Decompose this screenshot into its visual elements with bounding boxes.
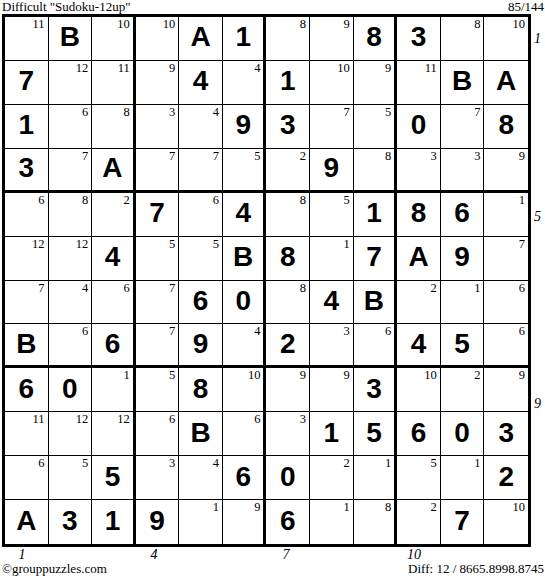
cell-r10c9[interactable]: 5 bbox=[354, 412, 398, 456]
cell-r5c12[interactable]: 1 bbox=[484, 193, 528, 237]
cell-r6c10[interactable]: A bbox=[397, 237, 441, 281]
corner-mark: 9 bbox=[254, 500, 260, 514]
corner-mark: 11 bbox=[33, 412, 45, 426]
corner-mark: 11 bbox=[118, 61, 130, 75]
cell-r2c9[interactable]: 9 bbox=[354, 61, 398, 105]
cell-r11c12[interactable]: 2 bbox=[484, 456, 528, 500]
corner-mark: 8 bbox=[300, 17, 306, 31]
corner-mark: 3 bbox=[169, 456, 175, 470]
cell-r3c5[interactable]: 4 bbox=[179, 105, 223, 149]
cell-r5c6[interactable]: 4 bbox=[223, 193, 267, 237]
cell-r12c6[interactable]: 9 bbox=[223, 500, 267, 544]
cell-r8c8[interactable]: 3 bbox=[310, 324, 354, 368]
given-digit: 6 bbox=[223, 456, 264, 499]
given-digit: 8 bbox=[484, 105, 528, 148]
given-digit: 9 bbox=[310, 149, 353, 190]
cell-r3c3[interactable]: 8 bbox=[92, 105, 136, 149]
cell-r1c10[interactable]: 3 bbox=[397, 17, 441, 61]
given-digit: 9 bbox=[223, 105, 264, 148]
given-digit: 2 bbox=[484, 456, 528, 499]
cell-r4c1[interactable]: 3 bbox=[5, 149, 49, 193]
given-digit: A bbox=[484, 61, 528, 104]
cell-r3c11[interactable]: 7 bbox=[441, 105, 485, 149]
corner-mark: 7 bbox=[82, 149, 88, 163]
corner-mark: 8 bbox=[123, 105, 129, 119]
corner-mark: 1 bbox=[343, 237, 349, 251]
cell-r4c5[interactable]: 7 bbox=[179, 149, 223, 193]
given-digit: 6 bbox=[92, 324, 133, 365]
corner-mark: 1 bbox=[474, 456, 480, 470]
corner-mark: 9 bbox=[519, 149, 525, 163]
cell-r7c4[interactable]: 7 bbox=[136, 281, 180, 325]
corner-mark: 9 bbox=[169, 61, 175, 75]
corner-mark: 12 bbox=[76, 237, 89, 251]
given-digit: 6 bbox=[5, 368, 48, 411]
given-digit: 8 bbox=[179, 368, 222, 411]
cell-r2c1[interactable]: 7 bbox=[5, 61, 49, 105]
given-digit: 2 bbox=[266, 324, 309, 365]
given-digit: 9 bbox=[441, 237, 484, 280]
cell-r7c11[interactable]: 1 bbox=[441, 281, 485, 325]
cell-r7c5[interactable]: 6 bbox=[179, 281, 223, 325]
sudoku-grid: 11B1010A1898381071211944110911BA16834937… bbox=[2, 14, 531, 547]
given-digit: 6 bbox=[266, 500, 309, 544]
corner-mark: 5 bbox=[169, 237, 175, 251]
corner-mark: 6 bbox=[169, 412, 175, 426]
cell-r3c10[interactable]: 0 bbox=[397, 105, 441, 149]
given-digit: B bbox=[5, 324, 48, 365]
cell-r10c12[interactable]: 3 bbox=[484, 412, 528, 456]
corner-mark: 4 bbox=[213, 456, 219, 470]
given-digit: 4 bbox=[179, 61, 222, 104]
given-digit: B bbox=[441, 61, 484, 104]
corner-mark: 9 bbox=[300, 368, 306, 382]
corner-mark: 3 bbox=[169, 105, 175, 119]
corner-mark: 11 bbox=[425, 61, 437, 75]
cell-r11c1[interactable]: 6 bbox=[5, 456, 49, 500]
cell-r2c5[interactable]: 4 bbox=[179, 61, 223, 105]
corner-mark: 8 bbox=[300, 281, 306, 295]
given-digit: 7 bbox=[441, 500, 484, 544]
corner-mark: 12 bbox=[76, 61, 89, 75]
cell-r12c9[interactable]: 8 bbox=[354, 500, 398, 544]
cell-r8c7[interactable]: 2 bbox=[266, 324, 310, 368]
given-digit: A bbox=[5, 500, 48, 544]
given-digit: 7 bbox=[5, 61, 48, 104]
corner-mark: 5 bbox=[82, 456, 88, 470]
cell-r4c12[interactable]: 9 bbox=[484, 149, 528, 193]
cell-r3c9[interactable]: 5 bbox=[354, 105, 398, 149]
cell-r1c7[interactable]: 8 bbox=[266, 17, 310, 61]
corner-mark: 4 bbox=[213, 105, 219, 119]
cell-r6c12[interactable]: 7 bbox=[484, 237, 528, 281]
given-digit: 0 bbox=[223, 281, 264, 324]
cell-r8c9[interactable]: 6 bbox=[354, 324, 398, 368]
corner-mark: 1 bbox=[385, 456, 391, 470]
given-digit: 1 bbox=[354, 193, 395, 236]
cell-r12c5[interactable]: 1 bbox=[179, 500, 223, 544]
cell-r11c5[interactable]: 4 bbox=[179, 456, 223, 500]
cell-r7c2[interactable]: 4 bbox=[49, 281, 93, 325]
cell-r6c9[interactable]: 7 bbox=[354, 237, 398, 281]
corner-mark: 8 bbox=[385, 500, 391, 514]
cell-r2c8[interactable]: 10 bbox=[310, 61, 354, 105]
cell-r4c7[interactable]: 2 bbox=[266, 149, 310, 193]
cell-r8c11[interactable]: 5 bbox=[441, 324, 485, 368]
given-digit: B bbox=[49, 17, 92, 60]
puzzle-counter: 85/144 bbox=[508, 0, 544, 15]
cell-r7c3[interactable]: 6 bbox=[92, 281, 136, 325]
cell-r4c8[interactable]: 9 bbox=[310, 149, 354, 193]
corner-mark: 6 bbox=[385, 324, 391, 338]
corner-mark: 10 bbox=[512, 17, 525, 31]
cell-r9c4[interactable]: 5 bbox=[136, 368, 180, 412]
cell-r6c2[interactable]: 12 bbox=[49, 237, 93, 281]
puzzle-title: Difficult "Sudoku-12up" bbox=[2, 0, 130, 15]
given-digit: 0 bbox=[441, 412, 484, 455]
cell-r5c11[interactable]: 6 bbox=[441, 193, 485, 237]
corner-mark: 3 bbox=[300, 412, 306, 426]
col-label-4: 4 bbox=[143, 547, 165, 563]
cell-r12c8[interactable]: 1 bbox=[310, 500, 354, 544]
given-digit: A bbox=[179, 17, 222, 60]
corner-mark: 3 bbox=[474, 149, 480, 163]
cell-r7c9[interactable]: B bbox=[354, 281, 398, 325]
given-digit: 3 bbox=[354, 368, 395, 411]
cell-r4c10[interactable]: 3 bbox=[397, 149, 441, 193]
given-digit: B bbox=[179, 412, 222, 455]
corner-mark: 2 bbox=[300, 149, 306, 163]
corner-mark: 6 bbox=[82, 105, 88, 119]
cell-r1c1[interactable]: 11 bbox=[5, 17, 49, 61]
cell-r12c2[interactable]: 3 bbox=[49, 500, 93, 544]
cell-r1c6[interactable]: 1 bbox=[223, 17, 267, 61]
cell-r3c7[interactable]: 3 bbox=[266, 105, 310, 149]
corner-mark: 6 bbox=[519, 281, 525, 295]
corner-mark: 7 bbox=[213, 149, 219, 163]
given-digit: 3 bbox=[484, 412, 528, 455]
row-label-9: 9 bbox=[534, 396, 544, 412]
corner-mark: 3 bbox=[343, 324, 349, 338]
cell-r10c7[interactable]: 3 bbox=[266, 412, 310, 456]
cell-r5c3[interactable]: 2 bbox=[92, 193, 136, 237]
corner-mark: 9 bbox=[385, 61, 391, 75]
corner-mark: 7 bbox=[169, 281, 175, 295]
cell-r1c2[interactable]: B bbox=[49, 17, 93, 61]
cell-r11c10[interactable]: 5 bbox=[397, 456, 441, 500]
cell-r4c11[interactable]: 3 bbox=[441, 149, 485, 193]
cell-r5c8[interactable]: 5 bbox=[310, 193, 354, 237]
given-digit: 3 bbox=[49, 500, 92, 544]
corner-mark: 10 bbox=[512, 500, 525, 514]
row-label-5: 5 bbox=[534, 209, 544, 225]
corner-mark: 5 bbox=[385, 105, 391, 119]
corner-mark: 7 bbox=[343, 105, 349, 119]
cell-r12c10[interactable]: 2 bbox=[397, 500, 441, 544]
cell-r9c8[interactable]: 9 bbox=[310, 368, 354, 412]
cell-r3c8[interactable]: 7 bbox=[310, 105, 354, 149]
cell-r8c12[interactable]: 6 bbox=[484, 324, 528, 368]
corner-mark: 7 bbox=[38, 281, 44, 295]
corner-mark: 2 bbox=[431, 281, 437, 295]
cell-r10c10[interactable]: 6 bbox=[397, 412, 441, 456]
cell-r2c10[interactable]: 11 bbox=[397, 61, 441, 105]
cell-r10c1[interactable]: 11 bbox=[5, 412, 49, 456]
cell-r1c8[interactable]: 9 bbox=[310, 17, 354, 61]
corner-mark: 6 bbox=[38, 456, 44, 470]
corner-mark: 6 bbox=[519, 324, 525, 338]
corner-mark: 10 bbox=[163, 17, 176, 31]
cell-r7c6[interactable]: 0 bbox=[223, 281, 267, 325]
cell-r11c9[interactable]: 1 bbox=[354, 456, 398, 500]
given-digit: 4 bbox=[223, 193, 264, 236]
corner-mark: 12 bbox=[117, 412, 130, 426]
given-digit: 7 bbox=[136, 193, 179, 236]
cell-r11c8[interactable]: 2 bbox=[310, 456, 354, 500]
corner-mark: 10 bbox=[248, 368, 261, 382]
given-digit: 4 bbox=[397, 324, 440, 365]
given-digit: 6 bbox=[441, 193, 484, 236]
cell-r3c4[interactable]: 3 bbox=[136, 105, 180, 149]
corner-mark: 12 bbox=[76, 412, 89, 426]
cell-r8c1[interactable]: B bbox=[5, 324, 49, 368]
given-digit: 0 bbox=[49, 368, 92, 411]
cell-r2c2[interactable]: 12 bbox=[49, 61, 93, 105]
corner-mark: 1 bbox=[213, 500, 219, 514]
cell-r9c5[interactable]: 8 bbox=[179, 368, 223, 412]
corner-mark: 11 bbox=[33, 17, 45, 31]
cell-r8c10[interactable]: 4 bbox=[397, 324, 441, 368]
corner-mark: 6 bbox=[82, 324, 88, 338]
corner-mark: 9 bbox=[343, 17, 349, 31]
cell-r2c4[interactable]: 9 bbox=[136, 61, 180, 105]
cell-r1c4[interactable]: 10 bbox=[136, 17, 180, 61]
given-digit: 6 bbox=[179, 281, 222, 324]
given-digit: 8 bbox=[397, 193, 440, 236]
cell-r3c6[interactable]: 9 bbox=[223, 105, 267, 149]
given-digit: B bbox=[223, 237, 264, 280]
cell-r1c11[interactable]: 8 bbox=[441, 17, 485, 61]
cell-r7c7[interactable]: 8 bbox=[266, 281, 310, 325]
corner-mark: 5 bbox=[431, 456, 437, 470]
corner-mark: 10 bbox=[424, 368, 437, 382]
cell-r11c2[interactable]: 5 bbox=[49, 456, 93, 500]
cell-r4c3[interactable]: A bbox=[92, 149, 136, 193]
cell-r6c7[interactable]: 8 bbox=[266, 237, 310, 281]
col-label-7: 7 bbox=[275, 547, 297, 563]
cell-r6c5[interactable]: 5 bbox=[179, 237, 223, 281]
corner-mark: 4 bbox=[82, 281, 88, 295]
given-digit: 5 bbox=[441, 324, 484, 365]
corner-mark: 7 bbox=[169, 324, 175, 338]
corner-mark: 3 bbox=[431, 149, 437, 163]
given-digit: 9 bbox=[136, 500, 179, 544]
cell-r5c1[interactable]: 6 bbox=[5, 193, 49, 237]
cell-r5c9[interactable]: 1 bbox=[354, 193, 398, 237]
given-digit: 4 bbox=[92, 237, 133, 280]
corner-mark: 8 bbox=[474, 17, 480, 31]
corner-mark: 7 bbox=[474, 105, 480, 119]
cell-r11c6[interactable]: 6 bbox=[223, 456, 267, 500]
given-digit: 3 bbox=[5, 149, 48, 190]
cell-r12c12[interactable]: 10 bbox=[484, 500, 528, 544]
cell-r6c6[interactable]: B bbox=[223, 237, 267, 281]
given-digit: 6 bbox=[397, 412, 440, 455]
row-label-1: 1 bbox=[534, 31, 544, 47]
given-digit: 5 bbox=[92, 456, 133, 499]
cell-r1c5[interactable]: A bbox=[179, 17, 223, 61]
corner-mark: 8 bbox=[82, 193, 88, 207]
cell-r9c6[interactable]: 10 bbox=[223, 368, 267, 412]
corner-mark: 6 bbox=[123, 281, 129, 295]
cell-r4c6[interactable]: 5 bbox=[223, 149, 267, 193]
corner-mark: 1 bbox=[343, 500, 349, 514]
cell-r6c1[interactable]: 12 bbox=[5, 237, 49, 281]
cell-r11c3[interactable]: 5 bbox=[92, 456, 136, 500]
cell-r9c11[interactable]: 2 bbox=[441, 368, 485, 412]
cell-r10c4[interactable]: 6 bbox=[136, 412, 180, 456]
given-digit: 4 bbox=[310, 281, 353, 324]
cell-r4c2[interactable]: 7 bbox=[49, 149, 93, 193]
corner-mark: 6 bbox=[213, 193, 219, 207]
given-digit: B bbox=[354, 281, 395, 324]
cell-r6c4[interactable]: 5 bbox=[136, 237, 180, 281]
given-digit: 0 bbox=[397, 105, 440, 148]
cell-r8c4[interactable]: 7 bbox=[136, 324, 180, 368]
corner-mark: 8 bbox=[385, 149, 391, 163]
cell-r7c10[interactable]: 2 bbox=[397, 281, 441, 325]
cell-r9c1[interactable]: 6 bbox=[5, 368, 49, 412]
cell-r12c3[interactable]: 1 bbox=[92, 500, 136, 544]
cell-r10c3[interactable]: 12 bbox=[92, 412, 136, 456]
given-digit: A bbox=[397, 237, 440, 280]
given-digit: A bbox=[92, 149, 133, 190]
corner-mark: 5 bbox=[254, 149, 260, 163]
corner-mark: 7 bbox=[169, 149, 175, 163]
given-digit: 3 bbox=[266, 105, 309, 148]
cell-r5c5[interactable]: 6 bbox=[179, 193, 223, 237]
given-digit: 1 bbox=[92, 500, 133, 544]
cell-r12c11[interactable]: 7 bbox=[441, 500, 485, 544]
corner-mark: 12 bbox=[32, 237, 45, 251]
cell-r1c3[interactable]: 10 bbox=[92, 17, 136, 61]
cell-r4c9[interactable]: 8 bbox=[354, 149, 398, 193]
cell-r6c11[interactable]: 9 bbox=[441, 237, 485, 281]
corner-mark: 2 bbox=[343, 456, 349, 470]
cell-r10c11[interactable]: 0 bbox=[441, 412, 485, 456]
cell-r9c2[interactable]: 0 bbox=[49, 368, 93, 412]
given-digit: 0 bbox=[266, 456, 309, 499]
corner-mark: 10 bbox=[337, 61, 350, 75]
given-digit: 3 bbox=[397, 17, 440, 60]
cell-r9c7[interactable]: 9 bbox=[266, 368, 310, 412]
corner-mark: 10 bbox=[117, 17, 130, 31]
cell-r12c4[interactable]: 9 bbox=[136, 500, 180, 544]
given-digit: 8 bbox=[266, 237, 309, 280]
cell-r2c7[interactable]: 1 bbox=[266, 61, 310, 105]
given-digit: 7 bbox=[354, 237, 395, 280]
cell-r7c8[interactable]: 4 bbox=[310, 281, 354, 325]
cell-r1c9[interactable]: 8 bbox=[354, 17, 398, 61]
given-digit: 5 bbox=[354, 412, 395, 455]
cell-r10c5[interactable]: B bbox=[179, 412, 223, 456]
cell-r2c12[interactable]: A bbox=[484, 61, 528, 105]
cell-r5c7[interactable]: 8 bbox=[266, 193, 310, 237]
corner-mark: 9 bbox=[343, 368, 349, 382]
corner-mark: 5 bbox=[343, 193, 349, 207]
cell-r8c6[interactable]: 4 bbox=[223, 324, 267, 368]
difficulty-rating: Diff: 12 / 8665.8998.8745 bbox=[408, 561, 544, 577]
cell-r8c3[interactable]: 6 bbox=[92, 324, 136, 368]
cell-r8c2[interactable]: 6 bbox=[49, 324, 93, 368]
corner-mark: 7 bbox=[519, 237, 525, 251]
corner-mark: 2 bbox=[431, 500, 437, 514]
cell-r10c8[interactable]: 1 bbox=[310, 412, 354, 456]
given-digit: 1 bbox=[266, 61, 309, 104]
given-digit: 9 bbox=[179, 324, 222, 365]
cell-r11c4[interactable]: 3 bbox=[136, 456, 180, 500]
cell-r12c1[interactable]: A bbox=[5, 500, 49, 544]
cell-r10c6[interactable]: 6 bbox=[223, 412, 267, 456]
cell-r11c7[interactable]: 0 bbox=[266, 456, 310, 500]
cell-r5c2[interactable]: 8 bbox=[49, 193, 93, 237]
cell-r6c8[interactable]: 1 bbox=[310, 237, 354, 281]
cell-r11c11[interactable]: 1 bbox=[441, 456, 485, 500]
cell-r7c1[interactable]: 7 bbox=[5, 281, 49, 325]
corner-mark: 6 bbox=[254, 412, 260, 426]
cell-r2c11[interactable]: B bbox=[441, 61, 485, 105]
corner-mark: 5 bbox=[213, 237, 219, 251]
cell-r5c4[interactable]: 7 bbox=[136, 193, 180, 237]
cell-r9c12[interactable]: 9 bbox=[484, 368, 528, 412]
given-digit: 8 bbox=[354, 17, 395, 60]
cell-r7c12[interactable]: 6 bbox=[484, 281, 528, 325]
cell-r9c10[interactable]: 10 bbox=[397, 368, 441, 412]
site-credit: ©grouppuzzles.com bbox=[2, 561, 107, 577]
cell-r9c9[interactable]: 3 bbox=[354, 368, 398, 412]
cell-r3c12[interactable]: 8 bbox=[484, 105, 528, 149]
cell-r9c3[interactable]: 1 bbox=[92, 368, 136, 412]
corner-mark: 1 bbox=[474, 281, 480, 295]
cell-r1c12[interactable]: 10 bbox=[484, 17, 528, 61]
cell-r5c10[interactable]: 8 bbox=[397, 193, 441, 237]
cell-r10c2[interactable]: 12 bbox=[49, 412, 93, 456]
given-digit: 1 bbox=[223, 17, 264, 60]
corner-mark: 9 bbox=[519, 368, 525, 382]
corner-mark: 5 bbox=[169, 368, 175, 382]
given-digit: 1 bbox=[5, 105, 48, 148]
cell-r2c3[interactable]: 11 bbox=[92, 61, 136, 105]
cell-r6c3[interactable]: 4 bbox=[92, 237, 136, 281]
corner-mark: 8 bbox=[300, 193, 306, 207]
cell-r4c4[interactable]: 7 bbox=[136, 149, 180, 193]
cell-r3c1[interactable]: 1 bbox=[5, 105, 49, 149]
corner-mark: 1 bbox=[519, 193, 525, 207]
cell-r12c7[interactable]: 6 bbox=[266, 500, 310, 544]
cell-r3c2[interactable]: 6 bbox=[49, 105, 93, 149]
corner-mark: 6 bbox=[38, 193, 44, 207]
corner-mark: 4 bbox=[254, 324, 260, 338]
corner-mark: 2 bbox=[474, 368, 480, 382]
given-digit: 1 bbox=[310, 412, 353, 455]
corner-mark: 2 bbox=[123, 193, 129, 207]
corner-mark: 1 bbox=[123, 368, 129, 382]
corner-mark: 4 bbox=[254, 61, 260, 75]
cell-r2c6[interactable]: 4 bbox=[223, 61, 267, 105]
cell-r8c5[interactable]: 9 bbox=[179, 324, 223, 368]
